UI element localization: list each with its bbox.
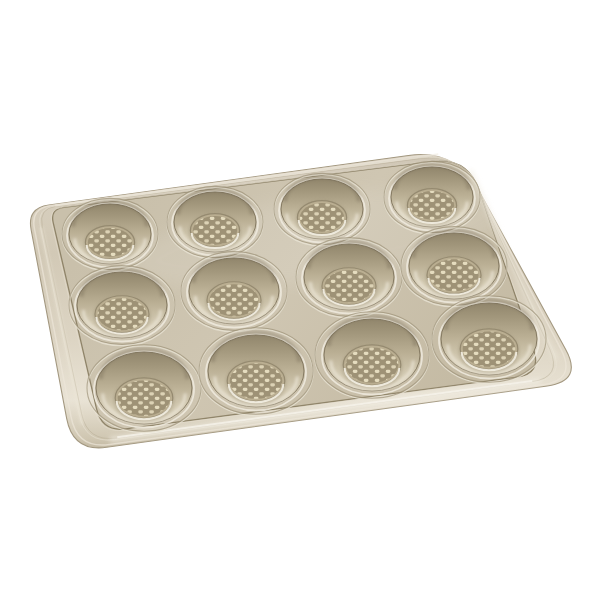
muffin-pan-illustration bbox=[0, 0, 600, 600]
waffle-texture bbox=[410, 191, 454, 220]
waffle-texture bbox=[325, 270, 374, 302]
waffle-texture bbox=[346, 347, 399, 382]
waffle-texture bbox=[210, 284, 259, 316]
muffin-cup-r1c4 bbox=[384, 161, 480, 233]
muffin-cup-r2c3 bbox=[296, 238, 402, 318]
waffle-texture bbox=[430, 259, 479, 291]
waffle-texture bbox=[463, 331, 516, 366]
muffin-cup-r3c3 bbox=[315, 312, 429, 400]
muffin-cup-r2c1 bbox=[69, 266, 175, 346]
waffle-texture bbox=[118, 380, 171, 415]
product-photo-muffin-pan: Empty 12-cup non-stick muffin baking pan bbox=[0, 0, 600, 600]
waffle-texture bbox=[300, 203, 344, 232]
waffle-texture bbox=[230, 363, 283, 398]
muffin-cup-r2c4 bbox=[401, 227, 507, 307]
muffin-cup-r2c2 bbox=[181, 252, 287, 332]
waffle-texture bbox=[98, 298, 147, 330]
muffin-cup-r1c1 bbox=[62, 198, 158, 270]
waffle-texture bbox=[88, 228, 132, 257]
muffin-cup-r3c4 bbox=[432, 296, 546, 384]
muffin-cup-r1c2 bbox=[167, 186, 263, 258]
waffle-texture bbox=[193, 216, 237, 245]
muffin-cup-r3c1 bbox=[87, 345, 201, 433]
muffin-cup-r1c3 bbox=[274, 173, 370, 245]
muffin-cup-r3c2 bbox=[199, 328, 313, 416]
